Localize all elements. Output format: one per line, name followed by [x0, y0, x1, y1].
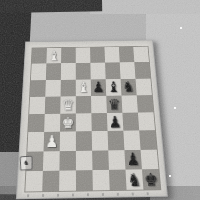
board-maker-emblem-glyph: ♞: [23, 159, 29, 167]
square-b4[interactable]: [45, 96, 61, 114]
square-d3[interactable]: ♝: [76, 79, 91, 96]
square-h1[interactable]: [133, 47, 149, 63]
square-e8[interactable]: [92, 170, 109, 191]
square-c5[interactable]: ♚: [60, 113, 76, 131]
square-c1[interactable]: [61, 48, 76, 64]
square-h5[interactable]: [138, 112, 155, 130]
square-e5[interactable]: [91, 113, 107, 131]
square-e7[interactable]: [92, 150, 109, 170]
chess-board[interactable]: ♝♝♟♝♞♛♛♚♟♟♟♞♚ ♞: [16, 40, 168, 200]
black-queen-piece: ♛: [108, 98, 121, 112]
square-f4[interactable]: ♛: [106, 95, 122, 113]
black-knight-piece: ♞: [127, 172, 141, 188]
square-g4[interactable]: [121, 95, 137, 113]
square-a8[interactable]: [25, 171, 43, 192]
square-b1[interactable]: ♝: [46, 48, 61, 64]
square-f3[interactable]: ♝: [106, 79, 122, 96]
square-d2[interactable]: [76, 63, 91, 79]
square-e1[interactable]: [90, 47, 105, 63]
square-d6[interactable]: [76, 131, 92, 150]
background-table-top: [90, 0, 200, 14]
square-h8[interactable]: ♚: [142, 169, 160, 190]
square-h7[interactable]: [141, 149, 159, 169]
square-d5[interactable]: [76, 113, 92, 131]
black-pawn-piece: ♟: [126, 152, 140, 168]
square-d4[interactable]: [76, 96, 92, 114]
square-h4[interactable]: [137, 95, 154, 113]
chess-grid[interactable]: ♝♝♟♝♞♛♛♚♟♟♟♞♚: [24, 46, 161, 193]
square-h6[interactable]: [139, 130, 156, 149]
square-g8[interactable]: ♞: [125, 169, 143, 190]
white-king-piece: ♚: [62, 116, 75, 131]
square-g5[interactable]: [122, 113, 139, 131]
square-f7[interactable]: [108, 150, 125, 170]
white-pawn-piece: ♟: [45, 135, 58, 150]
square-a3[interactable]: [30, 80, 46, 97]
black-knight-piece: ♞: [122, 81, 135, 94]
black-pawn-piece: ♟: [109, 116, 122, 130]
square-f8[interactable]: [109, 169, 127, 190]
white-bishop-piece: ♝: [48, 50, 60, 62]
square-g7[interactable]: ♟: [124, 149, 142, 169]
square-f6[interactable]: [108, 131, 125, 150]
square-c7[interactable]: [59, 150, 76, 170]
black-bishop-piece: ♝: [107, 81, 120, 94]
square-b8[interactable]: [42, 170, 59, 191]
board-edge-markings: [27, 192, 157, 197]
photo-scene: ♝♝♟♝♞♛♛♚♟♟♟♞♚ ♞: [0, 0, 200, 200]
square-c4[interactable]: ♛: [60, 96, 76, 114]
square-a1[interactable]: [32, 48, 47, 64]
square-e4[interactable]: [91, 96, 107, 114]
square-g6[interactable]: [123, 131, 140, 150]
square-f2[interactable]: [105, 63, 121, 79]
square-h3[interactable]: [135, 78, 151, 95]
square-d8[interactable]: [76, 170, 93, 191]
black-pawn-piece: ♟: [92, 81, 104, 94]
square-a2[interactable]: [31, 64, 46, 80]
square-a6[interactable]: [27, 132, 44, 151]
background-shadow-top: [0, 0, 102, 13]
square-e3[interactable]: ♟: [91, 79, 107, 96]
square-h2[interactable]: [134, 62, 150, 78]
square-b3[interactable]: [45, 80, 61, 97]
square-f5[interactable]: ♟: [107, 113, 123, 131]
black-king-piece: ♚: [144, 172, 158, 188]
square-g3[interactable]: ♞: [121, 78, 137, 95]
square-f1[interactable]: [104, 47, 119, 63]
square-g2[interactable]: [120, 62, 136, 78]
square-c2[interactable]: [61, 63, 76, 79]
square-a5[interactable]: [28, 114, 44, 132]
square-e2[interactable]: [90, 63, 105, 79]
square-e6[interactable]: [92, 131, 109, 150]
square-c8[interactable]: [59, 170, 76, 191]
square-b6[interactable]: ♟: [44, 132, 60, 151]
square-d1[interactable]: [76, 47, 91, 63]
board-maker-emblem: ♞: [20, 156, 33, 171]
white-bishop-piece: ♝: [77, 82, 89, 95]
square-c6[interactable]: [60, 132, 76, 151]
square-b5[interactable]: [44, 114, 60, 132]
square-d7[interactable]: [76, 150, 93, 170]
square-g1[interactable]: [119, 47, 134, 63]
square-c3[interactable]: [61, 79, 76, 96]
square-a4[interactable]: [29, 97, 45, 115]
square-b7[interactable]: [43, 151, 60, 171]
white-queen-piece: ♛: [62, 99, 74, 113]
square-b2[interactable]: [46, 63, 61, 79]
